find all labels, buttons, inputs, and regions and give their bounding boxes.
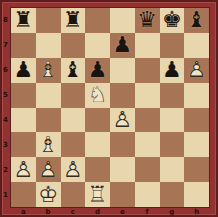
rank-label-4: 4 — [0, 108, 11, 133]
square-b7[interactable] — [36, 33, 61, 58]
piece-black-king[interactable]: ♚ — [160, 8, 185, 33]
file-label-b: b — [36, 207, 61, 217]
square-d5[interactable]: ♞♘ — [85, 83, 110, 108]
piece-white-king[interactable]: ♚♔ — [36, 182, 61, 207]
piece-black-bishop[interactable]: ♝ — [61, 58, 86, 83]
square-c7[interactable] — [61, 33, 86, 58]
square-b6[interactable]: ♝♗ — [36, 58, 61, 83]
square-c5[interactable] — [61, 83, 86, 108]
piece-outline-glyph: ♙ — [11, 157, 36, 182]
square-h7[interactable] — [184, 33, 209, 58]
square-b2[interactable]: ♟♙ — [36, 157, 61, 182]
piece-outline-glyph: ♔ — [36, 182, 61, 207]
square-d7[interactable] — [85, 33, 110, 58]
rank-label-6: 6 — [0, 58, 11, 83]
rank-label-1: 1 — [0, 182, 11, 207]
chess-board-frame: ♜♜♛♚♝♟♟♝♗♝♟♟♟♙♞♘♟♙♝♗♟♙♟♙♟♙♚♔♜♖ 87654321 … — [0, 0, 218, 217]
piece-outline-glyph: ♖ — [85, 182, 110, 207]
piece-white-pawn[interactable]: ♟♙ — [110, 108, 135, 133]
piece-outline-glyph: ♘ — [85, 83, 110, 108]
square-g3[interactable] — [160, 132, 185, 157]
square-g2[interactable] — [160, 157, 185, 182]
square-h3[interactable] — [184, 132, 209, 157]
square-a3[interactable] — [11, 132, 36, 157]
square-h8[interactable]: ♝ — [184, 8, 209, 33]
square-c3[interactable] — [61, 132, 86, 157]
piece-white-pawn[interactable]: ♟♙ — [36, 157, 61, 182]
rank-label-2: 2 — [0, 157, 11, 182]
piece-black-rook[interactable]: ♜ — [61, 8, 86, 33]
piece-black-rook[interactable]: ♜ — [11, 8, 36, 33]
square-d2[interactable] — [85, 157, 110, 182]
file-label-h: h — [184, 207, 209, 217]
square-e5[interactable] — [110, 83, 135, 108]
square-g7[interactable] — [160, 33, 185, 58]
square-f7[interactable] — [135, 33, 160, 58]
square-e1[interactable] — [110, 182, 135, 207]
piece-white-rook[interactable]: ♜♖ — [85, 182, 110, 207]
square-g1[interactable] — [160, 182, 185, 207]
square-h2[interactable] — [184, 157, 209, 182]
chess-board: ♜♜♛♚♝♟♟♝♗♝♟♟♟♙♞♘♟♙♝♗♟♙♟♙♟♙♚♔♜♖ — [11, 8, 209, 207]
square-e4[interactable]: ♟♙ — [110, 108, 135, 133]
square-c8[interactable]: ♜ — [61, 8, 86, 33]
piece-white-pawn[interactable]: ♟♙ — [61, 157, 86, 182]
file-label-c: c — [61, 207, 86, 217]
piece-outline-glyph: ♗ — [36, 132, 61, 157]
file-label-a: a — [11, 207, 36, 217]
piece-outline-glyph: ♗ — [36, 58, 61, 83]
square-h5[interactable] — [184, 83, 209, 108]
square-d8[interactable] — [85, 8, 110, 33]
square-d1[interactable]: ♜♖ — [85, 182, 110, 207]
square-f1[interactable] — [135, 182, 160, 207]
square-e2[interactable] — [110, 157, 135, 182]
square-b8[interactable] — [36, 8, 61, 33]
square-b4[interactable] — [36, 108, 61, 133]
piece-black-pawn[interactable]: ♟ — [160, 58, 185, 83]
piece-white-pawn[interactable]: ♟♙ — [184, 58, 209, 83]
square-b3[interactable]: ♝♗ — [36, 132, 61, 157]
square-h6[interactable]: ♟♙ — [184, 58, 209, 83]
piece-black-pawn[interactable]: ♟ — [11, 58, 36, 83]
piece-white-bishop[interactable]: ♝♗ — [36, 132, 61, 157]
square-f6[interactable] — [135, 58, 160, 83]
square-a4[interactable] — [11, 108, 36, 133]
square-f8[interactable]: ♛ — [135, 8, 160, 33]
square-g5[interactable] — [160, 83, 185, 108]
file-label-f: f — [135, 207, 160, 217]
file-label-d: d — [85, 207, 110, 217]
piece-black-pawn[interactable]: ♟ — [110, 33, 135, 58]
piece-outline-glyph: ♙ — [110, 108, 135, 133]
piece-outline-glyph: ♙ — [61, 157, 86, 182]
piece-white-pawn[interactable]: ♟♙ — [11, 157, 36, 182]
square-g6[interactable]: ♟ — [160, 58, 185, 83]
piece-outline-glyph: ♙ — [36, 157, 61, 182]
rank-label-8: 8 — [0, 8, 11, 33]
square-g4[interactable] — [160, 108, 185, 133]
square-f3[interactable] — [135, 132, 160, 157]
rank-label-5: 5 — [0, 83, 11, 108]
square-b5[interactable] — [36, 83, 61, 108]
rank-label-7: 7 — [0, 33, 11, 58]
piece-black-bishop[interactable]: ♝ — [184, 8, 209, 33]
square-f2[interactable] — [135, 157, 160, 182]
square-d3[interactable] — [85, 132, 110, 157]
piece-black-queen[interactable]: ♛ — [135, 8, 160, 33]
square-c2[interactable]: ♟♙ — [61, 157, 86, 182]
piece-white-knight[interactable]: ♞♘ — [85, 83, 110, 108]
piece-black-pawn[interactable]: ♟ — [85, 58, 110, 83]
rank-label-3: 3 — [0, 132, 11, 157]
square-a1[interactable] — [11, 182, 36, 207]
file-label-g: g — [160, 207, 185, 217]
square-e6[interactable] — [110, 58, 135, 83]
square-f5[interactable] — [135, 83, 160, 108]
square-g8[interactable]: ♚ — [160, 8, 185, 33]
square-d4[interactable] — [85, 108, 110, 133]
square-b1[interactable]: ♚♔ — [36, 182, 61, 207]
square-a6[interactable]: ♟ — [11, 58, 36, 83]
square-e8[interactable] — [110, 8, 135, 33]
file-label-e: e — [110, 207, 135, 217]
piece-outline-glyph: ♙ — [184, 58, 209, 83]
square-h1[interactable] — [184, 182, 209, 207]
square-a8[interactable]: ♜ — [11, 8, 36, 33]
square-a5[interactable] — [11, 83, 36, 108]
square-h4[interactable] — [184, 108, 209, 133]
square-c6[interactable]: ♝ — [61, 58, 86, 83]
square-f4[interactable] — [135, 108, 160, 133]
square-c4[interactable] — [61, 108, 86, 133]
piece-white-bishop[interactable]: ♝♗ — [36, 58, 61, 83]
square-e7[interactable]: ♟ — [110, 33, 135, 58]
square-d6[interactable]: ♟ — [85, 58, 110, 83]
square-a2[interactable]: ♟♙ — [11, 157, 36, 182]
square-c1[interactable] — [61, 182, 86, 207]
square-a7[interactable] — [11, 33, 36, 58]
square-e3[interactable] — [110, 132, 135, 157]
